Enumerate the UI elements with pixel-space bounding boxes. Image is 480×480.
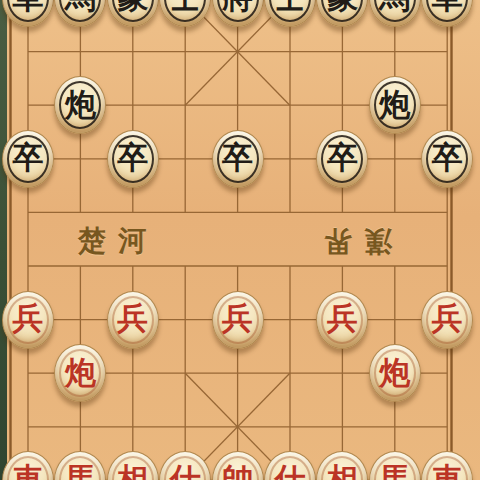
- xiangqi-board: 楚河 漢界 車馬象士將士象馬車炮炮卒卒卒卒卒兵兵兵兵兵炮炮車馬相仕帥仕相馬車: [0, 0, 480, 480]
- board-point: 將: [212, 0, 264, 25]
- board-point[interactable]: [421, 347, 473, 400]
- board-point[interactable]: [264, 79, 316, 132]
- board-point[interactable]: [264, 400, 316, 453]
- board-point: 卒: [2, 132, 54, 185]
- board-point[interactable]: [316, 347, 368, 400]
- board-point[interactable]: [107, 347, 159, 400]
- piece-red-horse[interactable]: 馬: [54, 451, 106, 480]
- piece-red-soldier[interactable]: 兵: [107, 291, 159, 349]
- board-point: 炮: [369, 347, 421, 400]
- piece-glyph: 卒: [12, 142, 43, 173]
- board-point[interactable]: [264, 293, 316, 346]
- piece-glyph: 車: [12, 0, 43, 13]
- board-point: 馬: [54, 0, 106, 25]
- piece-glyph: 將: [222, 0, 253, 13]
- board-point[interactable]: [264, 25, 316, 78]
- board-point[interactable]: [212, 239, 264, 292]
- board-point[interactable]: [212, 79, 264, 132]
- board-point: 車: [421, 0, 473, 25]
- piece-black-soldier[interactable]: 卒: [212, 130, 264, 188]
- piece-glyph: 士: [170, 0, 201, 13]
- board-point[interactable]: [421, 186, 473, 239]
- piece-glyph: 炮: [379, 89, 410, 120]
- board-point[interactable]: [107, 25, 159, 78]
- piece-glyph: 兵: [222, 303, 253, 334]
- piece-glyph: 炮: [65, 89, 96, 120]
- board-point: 馬: [369, 0, 421, 25]
- board-point: 相: [316, 454, 368, 480]
- piece-black-elephant[interactable]: 象: [107, 0, 159, 27]
- board-point[interactable]: [369, 293, 421, 346]
- piece-glyph: 炮: [65, 357, 96, 388]
- piece-red-cannon[interactable]: 炮: [369, 344, 421, 402]
- piece-red-horse[interactable]: 馬: [369, 451, 421, 480]
- piece-black-chariot[interactable]: 車: [421, 0, 473, 27]
- board-point[interactable]: [54, 186, 106, 239]
- piece-glyph: 兵: [432, 303, 463, 334]
- piece-glyph: 仕: [170, 464, 201, 480]
- piece-red-soldier[interactable]: 兵: [212, 291, 264, 349]
- piece-red-elephant[interactable]: 相: [316, 451, 368, 480]
- board-point[interactable]: [421, 400, 473, 453]
- board-point: 仕: [264, 454, 316, 480]
- piece-glyph: 卒: [117, 142, 148, 173]
- board-point[interactable]: [54, 293, 106, 346]
- piece-glyph: 卒: [432, 142, 463, 173]
- piece-glyph: 象: [117, 0, 148, 13]
- piece-glyph: 兵: [327, 303, 358, 334]
- board-point[interactable]: [2, 186, 54, 239]
- board-point[interactable]: [264, 239, 316, 292]
- piece-glyph: 車: [432, 464, 463, 480]
- piece-glyph: 相: [117, 464, 148, 480]
- board-point: 兵: [316, 293, 368, 346]
- piece-red-cannon[interactable]: 炮: [54, 344, 106, 402]
- piece-red-elephant[interactable]: 相: [107, 451, 159, 480]
- piece-glyph: 象: [327, 0, 358, 13]
- board-point: 兵: [107, 293, 159, 346]
- board-point: 炮: [369, 79, 421, 132]
- board-point[interactable]: [2, 79, 54, 132]
- piece-red-soldier[interactable]: 兵: [421, 291, 473, 349]
- board-point[interactable]: [54, 400, 106, 453]
- board-point[interactable]: [159, 132, 211, 185]
- board-point[interactable]: [212, 347, 264, 400]
- board-point[interactable]: [421, 25, 473, 78]
- piece-glyph: 馬: [379, 464, 410, 480]
- piece-glyph: 車: [12, 464, 43, 480]
- board-point[interactable]: [369, 25, 421, 78]
- piece-black-horse[interactable]: 馬: [369, 0, 421, 27]
- piece-black-general[interactable]: 將: [212, 0, 264, 27]
- piece-black-soldier[interactable]: 卒: [2, 130, 54, 188]
- board-point: 卒: [212, 132, 264, 185]
- board-point: 馬: [369, 454, 421, 480]
- board-point[interactable]: [316, 79, 368, 132]
- board-point: 相: [107, 454, 159, 480]
- board-point[interactable]: [264, 347, 316, 400]
- piece-glyph: 卒: [327, 142, 358, 173]
- board-point[interactable]: [369, 239, 421, 292]
- piece-black-chariot[interactable]: 車: [2, 0, 54, 27]
- piece-glyph: 帥: [222, 464, 253, 480]
- board-point[interactable]: [159, 400, 211, 453]
- pieces-grid: 車馬象士將士象馬車炮炮卒卒卒卒卒兵兵兵兵兵炮炮車馬相仕帥仕相馬車: [2, 0, 474, 480]
- board-point: 炮: [54, 347, 106, 400]
- board-point[interactable]: [107, 239, 159, 292]
- board-point[interactable]: [107, 79, 159, 132]
- piece-glyph: 馬: [379, 0, 410, 13]
- piece-black-cannon[interactable]: 炮: [369, 76, 421, 134]
- board-point: 兵: [421, 293, 473, 346]
- board-point: 卒: [421, 132, 473, 185]
- piece-glyph: 車: [432, 0, 463, 13]
- piece-red-chariot[interactable]: 車: [421, 451, 473, 480]
- piece-black-soldier[interactable]: 卒: [107, 130, 159, 188]
- piece-black-cannon[interactable]: 炮: [54, 76, 106, 134]
- board-point: 士: [159, 0, 211, 25]
- board-point[interactable]: [159, 239, 211, 292]
- board-point[interactable]: [2, 400, 54, 453]
- board-point[interactable]: [316, 186, 368, 239]
- board-point: 兵: [212, 293, 264, 346]
- board-point[interactable]: [212, 25, 264, 78]
- board-point: 帥: [212, 454, 264, 480]
- board-point[interactable]: [2, 347, 54, 400]
- piece-red-advisor[interactable]: 仕: [264, 451, 316, 480]
- piece-glyph: 兵: [117, 303, 148, 334]
- board-point[interactable]: [159, 25, 211, 78]
- board-point[interactable]: [421, 239, 473, 292]
- board-point[interactable]: [212, 186, 264, 239]
- piece-red-advisor[interactable]: 仕: [159, 451, 211, 480]
- board-point[interactable]: [369, 186, 421, 239]
- piece-glyph: 炮: [379, 357, 410, 388]
- board-point: 炮: [54, 79, 106, 132]
- piece-black-soldier[interactable]: 卒: [316, 130, 368, 188]
- piece-red-soldier[interactable]: 兵: [316, 291, 368, 349]
- board-point[interactable]: [264, 132, 316, 185]
- board-point[interactable]: [54, 239, 106, 292]
- piece-glyph: 卒: [222, 142, 253, 173]
- board-point[interactable]: [421, 79, 473, 132]
- board-point[interactable]: [107, 400, 159, 453]
- piece-black-advisor[interactable]: 士: [159, 0, 211, 27]
- piece-red-general[interactable]: 帥: [212, 451, 264, 480]
- piece-glyph: 兵: [12, 303, 43, 334]
- piece-glyph: 馬: [65, 0, 96, 13]
- board-point[interactable]: [54, 132, 106, 185]
- board-point[interactable]: [316, 239, 368, 292]
- piece-red-chariot[interactable]: 車: [2, 451, 54, 480]
- piece-glyph: 相: [327, 464, 358, 480]
- board-point[interactable]: [2, 25, 54, 78]
- board-point: 仕: [159, 454, 211, 480]
- board-point: 車: [2, 454, 54, 480]
- board-point[interactable]: [316, 400, 368, 453]
- board-point[interactable]: [159, 186, 211, 239]
- board-point[interactable]: [264, 186, 316, 239]
- piece-glyph: 馬: [65, 464, 96, 480]
- board-point[interactable]: [54, 25, 106, 78]
- board-point: 士: [264, 0, 316, 25]
- board-point: 卒: [107, 132, 159, 185]
- piece-black-horse[interactable]: 馬: [54, 0, 106, 27]
- board-point: 象: [316, 0, 368, 25]
- board-point: 象: [107, 0, 159, 25]
- piece-black-elephant[interactable]: 象: [316, 0, 368, 27]
- board-point: 車: [421, 454, 473, 480]
- piece-red-soldier[interactable]: 兵: [2, 291, 54, 349]
- piece-black-advisor[interactable]: 士: [264, 0, 316, 27]
- board-point: 馬: [54, 454, 106, 480]
- board-point: 卒: [316, 132, 368, 185]
- board-point[interactable]: [2, 239, 54, 292]
- piece-glyph: 仕: [274, 464, 305, 480]
- board-point[interactable]: [369, 132, 421, 185]
- board-point[interactable]: [159, 347, 211, 400]
- board-point: 兵: [2, 293, 54, 346]
- board-point[interactable]: [212, 400, 264, 453]
- board-point[interactable]: [316, 25, 368, 78]
- board-point[interactable]: [107, 186, 159, 239]
- board-point[interactable]: [369, 400, 421, 453]
- board-point[interactable]: [159, 79, 211, 132]
- piece-black-soldier[interactable]: 卒: [421, 130, 473, 188]
- board-point[interactable]: [159, 293, 211, 346]
- piece-glyph: 士: [274, 0, 305, 13]
- board-point: 車: [2, 0, 54, 25]
